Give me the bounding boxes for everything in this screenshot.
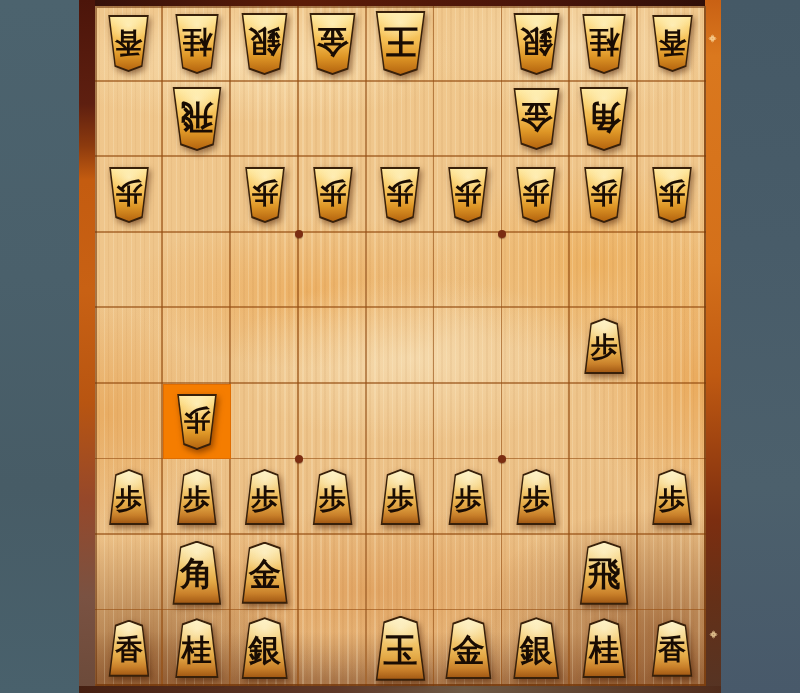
piece-face: 歩: [313, 169, 353, 221]
piece-body: 角: [577, 87, 631, 151]
piece-face: 角: [172, 543, 222, 603]
piece-sente-gold[interactable]: 金: [239, 542, 290, 604]
square-9i[interactable]: 香: [95, 610, 163, 686]
square-4f[interactable]: [434, 384, 502, 460]
piece-kanji: 歩: [115, 496, 142, 499]
square-3c[interactable]: 歩: [502, 157, 570, 233]
piece-face: 香: [108, 17, 149, 70]
piece-body: 歩: [311, 167, 355, 223]
piece-face: 銀: [241, 15, 288, 73]
piece-body: 銀: [511, 617, 562, 679]
square-6i[interactable]: [299, 610, 367, 686]
star-point: [295, 455, 303, 463]
square-7h[interactable]: 金: [231, 535, 299, 611]
piece-face: 歩: [584, 320, 624, 372]
square-7b[interactable]: [231, 82, 299, 158]
piece-face: 角: [579, 89, 629, 149]
piece-kanji: 桂: [182, 42, 212, 45]
piece-face: 銀: [241, 619, 288, 677]
square-8a[interactable]: 桂: [163, 6, 231, 82]
board-frame-left: [79, 0, 95, 693]
square-9e[interactable]: [95, 308, 163, 384]
square-1h[interactable]: [638, 535, 706, 611]
square-7d[interactable]: [231, 233, 299, 309]
piece-face: 歩: [584, 169, 624, 221]
piece-sente-rook[interactable]: 飛: [577, 541, 631, 605]
square-7i[interactable]: 銀: [231, 610, 299, 686]
piece-kanji: 歩: [387, 193, 414, 196]
piece-kanji: 歩: [659, 193, 686, 196]
star-point: [498, 230, 506, 238]
piece-sente-gold[interactable]: 金: [443, 617, 494, 679]
piece-sente-pawn[interactable]: 歩: [243, 469, 287, 525]
square-6g[interactable]: 歩: [299, 459, 367, 535]
piece-sente-pawn[interactable]: 歩: [378, 469, 422, 525]
square-3h[interactable]: [502, 535, 570, 611]
square-8f[interactable]: 歩: [163, 384, 231, 460]
square-5f[interactable]: [367, 384, 435, 460]
square-7g[interactable]: 歩: [231, 459, 299, 535]
square-4c[interactable]: 歩: [434, 157, 502, 233]
piece-gote-gold[interactable]: 金: [307, 13, 358, 75]
piece-gote-pawn[interactable]: 歩: [378, 167, 422, 223]
shogi-board: 香桂銀金王銀桂香飛金角歩歩歩歩歩歩歩歩歩歩歩歩歩歩歩歩歩歩角金飛香桂銀玉金銀桂香: [95, 6, 706, 686]
square-9g[interactable]: 歩: [95, 459, 163, 535]
piece-sente-pawn[interactable]: 歩: [107, 469, 151, 525]
piece-body: 歩: [243, 469, 287, 525]
piece-kanji: 飛: [180, 118, 213, 121]
piece-kanji: 王: [383, 42, 417, 45]
piece-face: 歩: [177, 396, 217, 448]
piece-gote-pawn[interactable]: 歩: [175, 394, 219, 450]
piece-body: 歩: [582, 167, 626, 223]
square-2g[interactable]: [570, 459, 638, 535]
piece-body: 角: [170, 541, 224, 605]
piece-kanji: 金: [249, 571, 281, 574]
piece-sente-pawn[interactable]: 歩: [582, 318, 626, 374]
piece-kanji: 歩: [387, 496, 414, 499]
piece-gote-knight[interactable]: 桂: [173, 14, 221, 74]
square-1a[interactable]: 香: [638, 6, 706, 82]
piece-face: 歩: [448, 471, 488, 523]
square-1b[interactable]: [638, 82, 706, 158]
piece-body: 歩: [514, 469, 558, 525]
square-7e[interactable]: [231, 308, 299, 384]
piece-kanji: 歩: [183, 496, 210, 499]
background-left-panel: [0, 0, 79, 693]
square-1d[interactable]: [638, 233, 706, 309]
piece-sente-bishop[interactable]: 角: [170, 541, 224, 605]
square-8i[interactable]: 桂: [163, 610, 231, 686]
piece-kanji: 金: [520, 118, 552, 121]
piece-kanji: 香: [115, 647, 143, 650]
square-9c[interactable]: 歩: [95, 157, 163, 233]
piece-sente-pawn[interactable]: 歩: [446, 469, 490, 525]
piece-kanji: 歩: [183, 420, 210, 423]
floret-decoration-icon: [709, 630, 718, 639]
piece-kanji: 桂: [589, 647, 619, 650]
board-frame-bottom: [79, 686, 721, 693]
square-8b[interactable]: 飛: [163, 82, 231, 158]
square-2a[interactable]: 桂: [570, 6, 638, 82]
square-8h[interactable]: 角: [163, 535, 231, 611]
piece-body: 歩: [378, 167, 422, 223]
square-4e[interactable]: [434, 308, 502, 384]
square-4g[interactable]: 歩: [434, 459, 502, 535]
square-6f[interactable]: [299, 384, 367, 460]
piece-face: 桂: [175, 16, 219, 72]
piece-sente-king[interactable]: 玉: [373, 616, 428, 681]
square-2i[interactable]: 桂: [570, 610, 638, 686]
square-5g[interactable]: 歩: [367, 459, 435, 535]
piece-body: 玉: [373, 616, 428, 681]
piece-gote-pawn[interactable]: 歩: [650, 167, 694, 223]
square-4h[interactable]: [434, 535, 502, 611]
square-5e[interactable]: [367, 308, 435, 384]
piece-kanji: 角: [588, 118, 621, 121]
piece-face: 歩: [109, 169, 149, 221]
piece-gote-pawn[interactable]: 歩: [582, 167, 626, 223]
piece-face: 歩: [177, 471, 217, 523]
piece-gote-lance[interactable]: 香: [650, 15, 695, 72]
square-5h[interactable]: [367, 535, 435, 611]
square-5d[interactable]: [367, 233, 435, 309]
square-8g[interactable]: 歩: [163, 459, 231, 535]
piece-gote-silver[interactable]: 銀: [239, 13, 290, 75]
piece-body: 歩: [378, 469, 422, 525]
piece-kanji: 歩: [455, 193, 482, 196]
piece-kanji: 歩: [115, 193, 142, 196]
piece-body: 香: [106, 15, 151, 72]
piece-sente-pawn[interactable]: 歩: [175, 469, 219, 525]
star-point: [295, 230, 303, 238]
piece-face: 歩: [109, 471, 149, 523]
square-3f[interactable]: [502, 384, 570, 460]
piece-kanji: 歩: [319, 193, 346, 196]
piece-gote-pawn[interactable]: 歩: [514, 167, 558, 223]
piece-face: 飛: [579, 543, 629, 603]
square-8e[interactable]: [163, 308, 231, 384]
background-right-panel: [720, 0, 800, 693]
piece-face: 歩: [448, 169, 488, 221]
piece-kanji: 歩: [523, 193, 550, 196]
piece-kanji: 銀: [520, 647, 552, 650]
piece-body: 香: [650, 15, 695, 72]
piece-gote-rook[interactable]: 飛: [170, 87, 224, 151]
piece-body: 歩: [175, 469, 219, 525]
piece-sente-pawn[interactable]: 歩: [514, 469, 558, 525]
piece-gote-king[interactable]: 王: [373, 11, 428, 76]
piece-face: 金: [513, 90, 560, 148]
square-4d[interactable]: [434, 233, 502, 309]
piece-face: 歩: [245, 169, 285, 221]
square-5i[interactable]: 玉: [367, 610, 435, 686]
square-2h[interactable]: 飛: [570, 535, 638, 611]
piece-body: 歩: [311, 469, 355, 525]
piece-gote-bishop[interactable]: 角: [577, 87, 631, 151]
piece-kanji: 歩: [251, 496, 278, 499]
piece-sente-silver[interactable]: 銀: [239, 617, 290, 679]
piece-body: 歩: [446, 469, 490, 525]
piece-body: 銀: [239, 13, 290, 75]
piece-body: 桂: [173, 14, 221, 74]
piece-face: 金: [241, 544, 288, 602]
piece-body: 香: [106, 620, 151, 677]
square-3g[interactable]: 歩: [502, 459, 570, 535]
piece-body: 香: [650, 620, 695, 677]
piece-face: 王: [375, 13, 426, 74]
piece-kanji: 角: [180, 571, 213, 574]
piece-face: 香: [652, 17, 693, 70]
piece-face: 桂: [582, 620, 626, 676]
square-1e[interactable]: [638, 308, 706, 384]
piece-face: 歩: [516, 471, 556, 523]
piece-kanji: 銀: [249, 647, 281, 650]
piece-sente-pawn[interactable]: 歩: [311, 469, 355, 525]
piece-face: 桂: [175, 620, 219, 676]
square-6h[interactable]: [299, 535, 367, 611]
piece-body: 歩: [650, 167, 694, 223]
square-9f[interactable]: [95, 384, 163, 460]
square-9d[interactable]: [95, 233, 163, 309]
piece-sente-knight[interactable]: 桂: [173, 618, 221, 678]
piece-face: 玉: [375, 618, 426, 679]
piece-body: 歩: [243, 167, 287, 223]
piece-gote-pawn[interactable]: 歩: [107, 167, 151, 223]
square-6e[interactable]: [299, 308, 367, 384]
piece-face: 歩: [516, 169, 556, 221]
piece-body: 飛: [577, 541, 631, 605]
piece-gote-lance[interactable]: 香: [106, 15, 151, 72]
piece-kanji: 歩: [319, 496, 346, 499]
piece-kanji: 銀: [520, 42, 552, 45]
piece-kanji: 飛: [588, 571, 621, 574]
piece-face: 歩: [380, 471, 420, 523]
piece-face: 歩: [652, 471, 692, 523]
piece-gote-knight[interactable]: 桂: [580, 14, 628, 74]
piece-kanji: 歩: [591, 193, 618, 196]
square-5b[interactable]: [367, 82, 435, 158]
square-9a[interactable]: 香: [95, 6, 163, 82]
square-5a[interactable]: 王: [367, 6, 435, 82]
square-6b[interactable]: [299, 82, 367, 158]
piece-body: 銀: [511, 13, 562, 75]
square-2f[interactable]: [570, 384, 638, 460]
piece-body: 歩: [582, 318, 626, 374]
piece-face: 銀: [513, 619, 560, 677]
square-9h[interactable]: [95, 535, 163, 611]
piece-kanji: 玉: [383, 647, 417, 650]
piece-gote-pawn[interactable]: 歩: [243, 167, 287, 223]
floret-decoration-icon: [708, 34, 717, 43]
piece-face: 歩: [652, 169, 692, 221]
piece-kanji: 銀: [249, 42, 281, 45]
piece-face: 金: [309, 15, 356, 73]
square-3e[interactable]: [502, 308, 570, 384]
square-2c[interactable]: 歩: [570, 157, 638, 233]
square-2b[interactable]: 角: [570, 82, 638, 158]
piece-kanji: 金: [317, 42, 349, 45]
board-frame-right: [705, 0, 721, 693]
piece-face: 香: [108, 622, 149, 675]
square-3a[interactable]: 銀: [502, 6, 570, 82]
square-4a[interactable]: [434, 6, 502, 82]
piece-kanji: 歩: [251, 193, 278, 196]
square-2e[interactable]: 歩: [570, 308, 638, 384]
piece-sente-pawn[interactable]: 歩: [650, 469, 694, 525]
square-6c[interactable]: 歩: [299, 157, 367, 233]
piece-face: 金: [445, 619, 492, 677]
piece-body: 桂: [173, 618, 221, 678]
square-2d[interactable]: [570, 233, 638, 309]
piece-sente-lance[interactable]: 香: [106, 620, 151, 677]
piece-body: 歩: [650, 469, 694, 525]
piece-kanji: 香: [658, 647, 686, 650]
piece-body: 歩: [175, 394, 219, 450]
piece-face: 歩: [380, 169, 420, 221]
piece-body: 金: [307, 13, 358, 75]
square-1i[interactable]: 香: [638, 610, 706, 686]
piece-gote-pawn[interactable]: 歩: [311, 167, 355, 223]
square-3b[interactable]: 金: [502, 82, 570, 158]
piece-face: 歩: [313, 471, 353, 523]
piece-kanji: 金: [452, 647, 484, 650]
piece-body: 金: [443, 617, 494, 679]
piece-kanji: 歩: [591, 344, 618, 347]
square-7f[interactable]: [231, 384, 299, 460]
piece-body: 歩: [446, 167, 490, 223]
piece-kanji: 香: [658, 42, 686, 45]
piece-kanji: 歩: [455, 496, 482, 499]
piece-face: 桂: [582, 16, 626, 72]
square-8d[interactable]: [163, 233, 231, 309]
square-1f[interactable]: [638, 384, 706, 460]
square-5c[interactable]: 歩: [367, 157, 435, 233]
piece-kanji: 香: [115, 42, 143, 45]
piece-body: 歩: [107, 469, 151, 525]
square-4i[interactable]: 金: [434, 610, 502, 686]
piece-body: 金: [511, 88, 562, 150]
piece-gote-gold[interactable]: 金: [511, 88, 562, 150]
piece-body: 飛: [170, 87, 224, 151]
square-8c[interactable]: [163, 157, 231, 233]
piece-sente-lance[interactable]: 香: [650, 620, 695, 677]
square-6d[interactable]: [299, 233, 367, 309]
piece-sente-silver[interactable]: 銀: [511, 617, 562, 679]
piece-face: 香: [652, 622, 693, 675]
piece-kanji: 桂: [182, 647, 212, 650]
piece-gote-pawn[interactable]: 歩: [446, 167, 490, 223]
piece-face: 飛: [172, 89, 222, 149]
square-1g[interactable]: 歩: [638, 459, 706, 535]
piece-face: 銀: [513, 15, 560, 73]
piece-kanji: 歩: [523, 496, 550, 499]
piece-body: 王: [373, 11, 428, 76]
piece-body: 銀: [239, 617, 290, 679]
piece-gote-silver[interactable]: 銀: [511, 13, 562, 75]
piece-body: 桂: [580, 14, 628, 74]
piece-body: 歩: [514, 167, 558, 223]
piece-body: 桂: [580, 618, 628, 678]
piece-face: 歩: [245, 471, 285, 523]
square-1c[interactable]: 歩: [638, 157, 706, 233]
piece-body: 金: [239, 542, 290, 604]
piece-kanji: 歩: [659, 496, 686, 499]
square-3i[interactable]: 銀: [502, 610, 570, 686]
piece-kanji: 桂: [589, 42, 619, 45]
square-4b[interactable]: [434, 82, 502, 158]
square-9b[interactable]: [95, 82, 163, 158]
square-7c[interactable]: 歩: [231, 157, 299, 233]
piece-sente-knight[interactable]: 桂: [580, 618, 628, 678]
square-7a[interactable]: 銀: [231, 6, 299, 82]
shogi-game-screen: 香桂銀金王銀桂香飛金角歩歩歩歩歩歩歩歩歩歩歩歩歩歩歩歩歩歩角金飛香桂銀玉金銀桂香: [0, 0, 800, 693]
square-6a[interactable]: 金: [299, 6, 367, 82]
square-3d[interactable]: [502, 233, 570, 309]
piece-body: 歩: [107, 167, 151, 223]
